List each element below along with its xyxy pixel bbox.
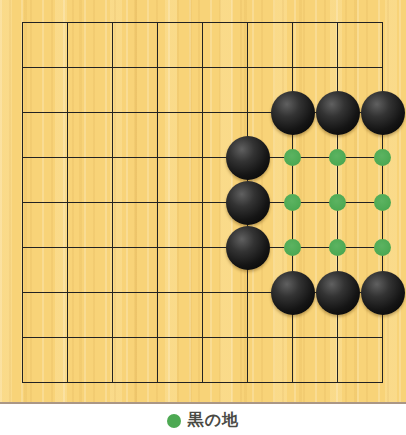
territory-dot	[329, 194, 346, 211]
intersection	[135, 45, 180, 90]
intersection	[135, 90, 180, 135]
intersection	[270, 45, 315, 90]
intersection	[270, 270, 315, 315]
intersection	[180, 45, 225, 90]
intersection	[360, 0, 405, 45]
intersection	[0, 225, 45, 270]
intersection	[270, 135, 315, 180]
territory-dot	[374, 239, 391, 256]
intersection	[270, 315, 315, 360]
intersection	[90, 270, 135, 315]
territory-dot	[374, 194, 391, 211]
intersection	[45, 90, 90, 135]
intersection	[360, 225, 405, 270]
intersection	[90, 225, 135, 270]
intersection	[315, 225, 360, 270]
intersection	[135, 270, 180, 315]
intersection	[0, 45, 45, 90]
intersection	[90, 135, 135, 180]
intersection	[90, 315, 135, 360]
intersection	[135, 315, 180, 360]
intersection	[45, 225, 90, 270]
legend: 黒の地	[0, 404, 406, 435]
intersection	[0, 135, 45, 180]
intersection	[90, 45, 135, 90]
intersection	[315, 135, 360, 180]
intersection	[225, 360, 270, 405]
intersection	[180, 225, 225, 270]
intersection	[180, 360, 225, 405]
intersection	[180, 180, 225, 225]
intersection	[90, 180, 135, 225]
intersection	[0, 360, 45, 405]
territory-marker-icon	[167, 414, 181, 428]
intersection	[135, 0, 180, 45]
intersection	[135, 135, 180, 180]
intersection	[45, 180, 90, 225]
black-stone	[361, 91, 405, 135]
intersection	[315, 315, 360, 360]
intersection	[225, 0, 270, 45]
intersection	[90, 360, 135, 405]
black-stone	[226, 136, 270, 180]
territory-dot	[284, 194, 301, 211]
black-stone	[271, 91, 315, 135]
intersection	[315, 0, 360, 45]
territory-dot	[284, 149, 301, 166]
intersection	[225, 270, 270, 315]
intersection	[360, 45, 405, 90]
intersection	[315, 270, 360, 315]
intersection	[360, 135, 405, 180]
black-stone	[316, 271, 360, 315]
black-stone	[361, 271, 405, 315]
board-grid	[0, 0, 405, 405]
intersection	[225, 135, 270, 180]
intersection	[270, 360, 315, 405]
territory-dot	[329, 149, 346, 166]
black-stone	[271, 271, 315, 315]
intersection	[315, 180, 360, 225]
intersection	[225, 45, 270, 90]
intersection	[180, 270, 225, 315]
intersection	[0, 270, 45, 315]
territory-dot	[329, 239, 346, 256]
intersection	[180, 90, 225, 135]
intersection	[180, 135, 225, 180]
intersection	[360, 315, 405, 360]
intersection	[45, 270, 90, 315]
intersection	[225, 90, 270, 135]
intersection	[315, 45, 360, 90]
territory-dot	[284, 239, 301, 256]
black-stone	[316, 91, 360, 135]
intersection	[135, 360, 180, 405]
intersection	[360, 90, 405, 135]
intersection	[45, 135, 90, 180]
intersection	[270, 90, 315, 135]
intersection	[360, 180, 405, 225]
intersection	[0, 315, 45, 360]
intersection	[45, 360, 90, 405]
black-stone	[226, 226, 270, 270]
intersection	[180, 315, 225, 360]
intersection	[0, 0, 45, 45]
territory-dot	[374, 149, 391, 166]
intersection	[45, 0, 90, 45]
intersection	[225, 180, 270, 225]
intersection	[45, 45, 90, 90]
intersection	[45, 315, 90, 360]
intersection	[90, 0, 135, 45]
intersection	[135, 225, 180, 270]
intersection	[270, 225, 315, 270]
intersection	[270, 0, 315, 45]
go-board	[0, 0, 406, 404]
black-stone	[226, 181, 270, 225]
intersection	[225, 315, 270, 360]
intersection	[360, 360, 405, 405]
intersection	[315, 360, 360, 405]
go-diagram: 黒の地	[0, 0, 406, 435]
intersection	[0, 90, 45, 135]
intersection	[0, 180, 45, 225]
intersection	[90, 90, 135, 135]
intersection	[270, 180, 315, 225]
intersection	[180, 0, 225, 45]
legend-label: 黒の地	[188, 410, 239, 431]
intersection	[135, 180, 180, 225]
intersection	[225, 225, 270, 270]
intersection	[360, 270, 405, 315]
intersection	[315, 90, 360, 135]
